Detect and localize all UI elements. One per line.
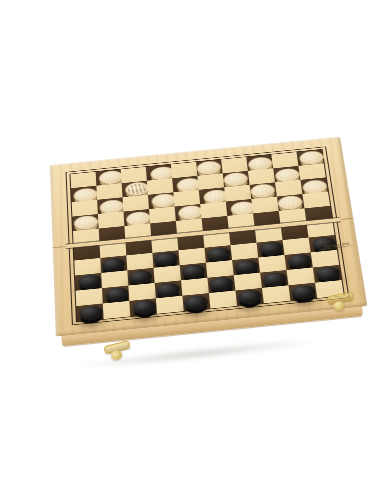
dark-piece [208,276,233,292]
dark-piece [153,251,177,266]
board-square [235,288,263,306]
playing-area-inner-border [70,149,345,322]
board-square [103,301,131,319]
board-square [209,290,237,308]
dark-piece [237,289,262,305]
board-square [262,285,291,303]
dark-piece [183,295,208,311]
playing-grid [70,150,343,322]
product-photo: Jeujura [0,0,381,492]
dark-piece [290,284,315,300]
dark-piece [287,253,312,269]
clasp-knob-icon [110,349,123,360]
dark-piece [77,274,101,290]
dark-piece [78,305,102,321]
dark-piece [132,299,157,315]
board-square [76,304,103,322]
game-board: Jeujura [50,137,368,337]
playing-area [66,146,350,325]
dark-piece [259,241,284,256]
dark-piece [105,286,129,302]
board-square [182,293,210,311]
board-square [288,283,317,301]
dark-piece [181,263,205,279]
dark-piece [315,266,340,282]
clasp-knob-icon [333,300,345,311]
board-square [156,296,184,314]
board-square [129,298,157,316]
